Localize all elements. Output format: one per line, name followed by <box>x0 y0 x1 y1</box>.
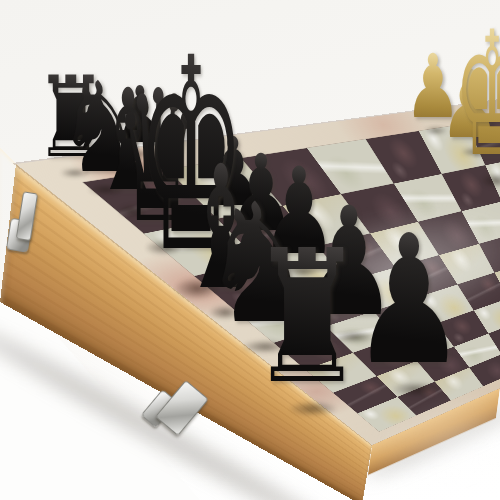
white-king: ♚ <box>453 9 500 181</box>
black-rook-glyph: ♜ <box>249 225 364 409</box>
black-rook-kingside: ♜ <box>249 225 364 409</box>
chess-set-photo: ♜♞♝♛♚♝♞♜♟♟♟♟♟♟♟♟♚ <box>0 0 500 500</box>
white-king-glyph: ♚ <box>453 9 500 181</box>
black-pawn-6: ♟ <box>352 212 467 390</box>
black-pawn-glyph: ♟ <box>352 212 467 390</box>
clasp-plate <box>16 191 38 241</box>
